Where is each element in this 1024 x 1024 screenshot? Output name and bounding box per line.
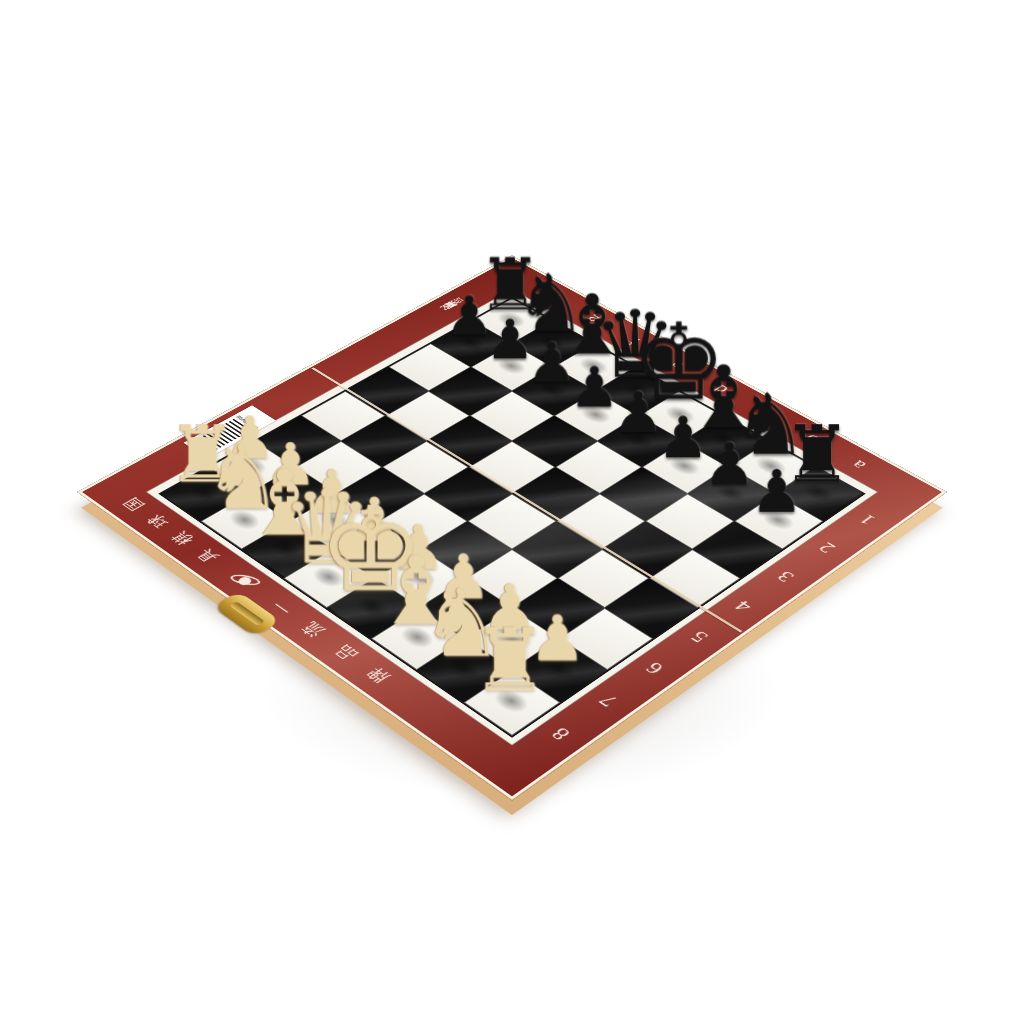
square-b4[interactable] — [602, 521, 692, 578]
clasp-bar — [229, 601, 265, 626]
square-a4[interactable] — [649, 549, 740, 608]
chess-board: hgfedcba 12345678 国球棋具一流品牌 ♞ 国际象棋2合1 QA2… — [82, 258, 942, 797]
scene: hgfedcba 12345678 国球棋具一流品牌 ♞ 国际象棋2合1 QA2… — [0, 0, 1024, 1024]
square-a3[interactable] — [692, 521, 782, 578]
product-photo: hgfedcba 12345678 国球棋具一流品牌 ♞ 国际象棋2合1 QA2… — [0, 0, 1024, 1024]
square-c4[interactable] — [556, 494, 645, 550]
rook-glyph: ♜ — [421, 616, 598, 702]
pawn-glyph: ♟ — [696, 462, 858, 521]
